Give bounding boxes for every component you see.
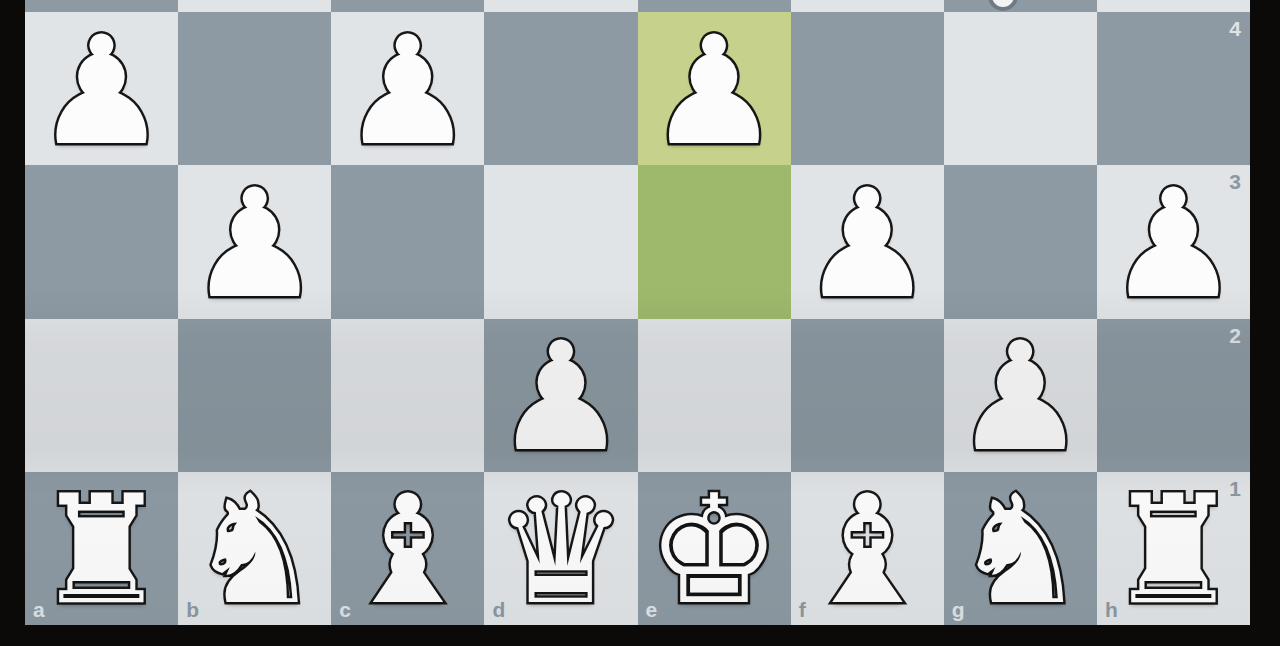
- white-knight-g1[interactable]: ♞: [953, 475, 1087, 625]
- white-bishop-f1[interactable]: ♝: [800, 475, 934, 625]
- white-pawn-d2[interactable]: ♟: [494, 322, 628, 472]
- white-bishop-c1[interactable]: ♝: [341, 475, 475, 625]
- rank-label-2: 2: [1229, 324, 1241, 348]
- square-g5[interactable]: [944, 0, 1097, 12]
- square-h1[interactable]: h1♜: [1097, 472, 1250, 625]
- square-d3[interactable]: [484, 165, 637, 318]
- white-rook-h1[interactable]: ♜: [1106, 475, 1240, 625]
- square-h3[interactable]: 3♟: [1097, 165, 1250, 318]
- square-b3[interactable]: ♟: [178, 165, 331, 318]
- square-f4[interactable]: [791, 12, 944, 165]
- square-g2[interactable]: ♟: [944, 319, 1097, 472]
- square-a4[interactable]: ♟: [25, 12, 178, 165]
- white-pawn-a4[interactable]: ♟: [34, 16, 168, 166]
- white-rook-a1[interactable]: ♜: [34, 475, 168, 625]
- bottom-letterbox-bar: [0, 625, 1280, 646]
- square-e1[interactable]: e♚: [638, 472, 791, 625]
- square-d5[interactable]: [484, 0, 637, 12]
- square-h2[interactable]: 2: [1097, 319, 1250, 472]
- square-c3[interactable]: [331, 165, 484, 318]
- left-letterbox-bar: [0, 0, 25, 646]
- white-pawn-f3[interactable]: ♟: [800, 169, 934, 319]
- square-e2[interactable]: [638, 319, 791, 472]
- square-b5[interactable]: [178, 0, 331, 12]
- square-c1[interactable]: c♝: [331, 472, 484, 625]
- white-king-e1[interactable]: ♚: [647, 475, 781, 625]
- square-f1[interactable]: f♝: [791, 472, 944, 625]
- square-g4[interactable]: [944, 12, 1097, 165]
- square-e3[interactable]: [638, 165, 791, 318]
- chess-board: 8765♟♟♟4♟♟3♟♟♟2a♜b♞c♝d♛e♚f♝g♞h1♜: [25, 0, 1250, 625]
- square-f5[interactable]: [791, 0, 944, 12]
- square-h4[interactable]: 4: [1097, 12, 1250, 165]
- board-viewport: 8765♟♟♟4♟♟3♟♟♟2a♜b♞c♝d♛e♚f♝g♞h1♜: [25, 0, 1250, 625]
- rank-label-4: 4: [1229, 17, 1241, 41]
- square-g3[interactable]: [944, 165, 1097, 318]
- square-f3[interactable]: ♟: [791, 165, 944, 318]
- white-queen-d1[interactable]: ♛: [494, 475, 628, 625]
- square-f2[interactable]: [791, 319, 944, 472]
- square-h5[interactable]: 5: [1097, 0, 1250, 12]
- square-g1[interactable]: g♞: [944, 472, 1097, 625]
- white-knight-b1[interactable]: ♞: [187, 475, 321, 625]
- square-e4[interactable]: ♟: [638, 12, 791, 165]
- square-c4[interactable]: ♟: [331, 12, 484, 165]
- square-a2[interactable]: [25, 319, 178, 472]
- square-b2[interactable]: [178, 319, 331, 472]
- square-b1[interactable]: b♞: [178, 472, 331, 625]
- square-d2[interactable]: ♟: [484, 319, 637, 472]
- square-d4[interactable]: [484, 12, 637, 165]
- square-c2[interactable]: [331, 319, 484, 472]
- right-letterbox-bar: [1250, 0, 1280, 646]
- white-pawn-c4[interactable]: ♟: [341, 16, 475, 166]
- white-pawn-h3[interactable]: ♟: [1106, 169, 1240, 319]
- white-pawn-e4[interactable]: ♟: [647, 16, 781, 166]
- square-d1[interactable]: d♛: [484, 472, 637, 625]
- square-a1[interactable]: a♜: [25, 472, 178, 625]
- square-b4[interactable]: [178, 12, 331, 165]
- square-a3[interactable]: [25, 165, 178, 318]
- white-pawn-b3[interactable]: ♟: [187, 169, 321, 319]
- white-pawn-g2[interactable]: ♟: [953, 322, 1087, 472]
